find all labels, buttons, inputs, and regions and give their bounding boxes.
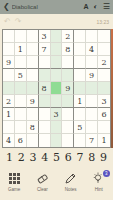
cell-r6c1[interactable]: 2 bbox=[3, 95, 15, 108]
cell-r6c6[interactable] bbox=[62, 95, 74, 108]
back-icon[interactable]: ❮ bbox=[3, 0, 10, 14]
cell-r8c5[interactable] bbox=[51, 121, 63, 134]
cell-r6c8[interactable] bbox=[86, 95, 98, 108]
cell-r6c7[interactable]: 1 bbox=[74, 95, 86, 108]
cell-r2c7[interactable] bbox=[74, 43, 86, 56]
cell-r8c1[interactable] bbox=[3, 121, 15, 134]
cell-r3c3[interactable] bbox=[27, 56, 39, 69]
bottom-toolbar: Game Clear Notes bbox=[0, 168, 113, 200]
cell-r5c6[interactable]: 9 bbox=[62, 82, 74, 95]
cell-r1c9[interactable] bbox=[98, 30, 110, 43]
cell-r2c3[interactable] bbox=[27, 43, 39, 56]
cell-r9c7[interactable] bbox=[74, 134, 86, 147]
number-pad: 123456789 bbox=[0, 148, 113, 168]
cell-r9c3[interactable] bbox=[27, 134, 39, 147]
cell-r5c3[interactable] bbox=[27, 82, 39, 95]
cell-r7c4[interactable] bbox=[39, 108, 51, 121]
cell-r9c8[interactable]: 7 bbox=[86, 134, 98, 147]
cell-r1c5[interactable] bbox=[51, 30, 63, 43]
cell-r5c8[interactable] bbox=[86, 82, 98, 95]
game-label: Game bbox=[8, 187, 20, 192]
cell-r6c4[interactable] bbox=[39, 95, 51, 108]
cell-r7c9[interactable]: 6 bbox=[98, 108, 110, 121]
numpad-9[interactable]: 9 bbox=[100, 148, 107, 168]
cell-r9c2[interactable]: 6 bbox=[15, 134, 27, 147]
cell-r8c4[interactable] bbox=[39, 121, 51, 134]
cell-r3c4[interactable] bbox=[39, 56, 51, 69]
cell-r5c9[interactable] bbox=[98, 82, 110, 95]
cell-r4c1[interactable] bbox=[3, 69, 15, 82]
cell-r5c2[interactable] bbox=[15, 82, 27, 95]
cell-r2c8[interactable]: 4 bbox=[86, 43, 98, 56]
page-title: Diabolical bbox=[12, 4, 84, 10]
status-bar: ↶ ↷ 13:23 bbox=[0, 14, 113, 29]
notes-button[interactable]: Notes bbox=[61, 172, 81, 192]
cell-r4c5[interactable] bbox=[51, 69, 63, 82]
cell-r9c5[interactable] bbox=[51, 134, 63, 147]
cell-r5c4[interactable]: 8 bbox=[39, 82, 51, 95]
timer: 13:23 bbox=[96, 19, 109, 25]
numpad-2[interactable]: 2 bbox=[18, 148, 25, 168]
cell-r1c1[interactable] bbox=[3, 30, 15, 43]
theme-contrast-icon[interactable]: ◐ bbox=[94, 0, 98, 14]
cell-r8c6[interactable] bbox=[62, 121, 74, 134]
numpad-1[interactable]: 1 bbox=[6, 148, 13, 168]
cell-r7c7[interactable] bbox=[74, 108, 86, 121]
sudoku-board: 3217849259892913136854671 bbox=[2, 29, 111, 148]
hint-button[interactable]: 3 Hint bbox=[89, 172, 109, 192]
cell-r8c2[interactable] bbox=[15, 121, 27, 134]
cell-r3c7[interactable] bbox=[74, 56, 86, 69]
cell-r3c1[interactable]: 9 bbox=[3, 56, 15, 69]
grid-icon bbox=[8, 172, 21, 185]
cell-r7c5[interactable]: 3 bbox=[51, 108, 63, 121]
cell-r4c6[interactable] bbox=[62, 69, 74, 82]
cell-r1c8[interactable] bbox=[86, 30, 98, 43]
clear-button[interactable]: Clear bbox=[32, 172, 52, 192]
cell-r9c1[interactable]: 4 bbox=[3, 134, 15, 147]
cell-r8c9[interactable] bbox=[98, 121, 110, 134]
cell-r6c2[interactable] bbox=[15, 95, 27, 108]
cell-r4c8[interactable]: 9 bbox=[86, 69, 98, 82]
cell-r2c5[interactable] bbox=[51, 43, 63, 56]
cell-r4c4[interactable] bbox=[39, 69, 51, 82]
cell-r2c4[interactable]: 7 bbox=[39, 43, 51, 56]
cell-r1c4[interactable]: 3 bbox=[39, 30, 51, 43]
hint-label: Hint bbox=[95, 187, 103, 192]
cell-r6c3[interactable]: 9 bbox=[27, 95, 39, 108]
redo-icon[interactable]: ↷ bbox=[15, 16, 22, 28]
cell-r5c1[interactable] bbox=[3, 82, 15, 95]
cell-r5c5[interactable] bbox=[51, 82, 63, 95]
numpad-3[interactable]: 3 bbox=[30, 148, 37, 168]
cell-r7c3[interactable] bbox=[27, 108, 39, 121]
cell-r6c9[interactable]: 3 bbox=[98, 95, 110, 108]
cell-r2c1[interactable] bbox=[3, 43, 15, 56]
numpad-7[interactable]: 7 bbox=[77, 148, 84, 168]
numpad-5[interactable]: 5 bbox=[53, 148, 60, 168]
cell-r4c9[interactable] bbox=[98, 69, 110, 82]
notes-label: Notes bbox=[65, 187, 77, 192]
cell-r3c9[interactable]: 2 bbox=[98, 56, 110, 69]
cell-r4c7[interactable] bbox=[74, 69, 86, 82]
header-bar: ❮ Diabolical A ◐ ☰ bbox=[0, 0, 113, 14]
cell-r1c3[interactable] bbox=[27, 30, 39, 43]
undo-icon[interactable]: ↶ bbox=[4, 16, 11, 28]
cell-r6c5[interactable] bbox=[51, 95, 63, 108]
cell-r8c8[interactable] bbox=[86, 121, 98, 134]
cell-r1c2[interactable] bbox=[15, 30, 27, 43]
cell-r7c6[interactable] bbox=[62, 108, 74, 121]
font-size-icon[interactable]: A bbox=[84, 0, 89, 14]
cell-r5c7[interactable] bbox=[74, 82, 86, 95]
cell-r4c2[interactable]: 5 bbox=[15, 69, 27, 82]
cell-r2c6[interactable]: 8 bbox=[62, 43, 74, 56]
game-button[interactable]: Game bbox=[4, 172, 24, 192]
cell-r3c8[interactable] bbox=[86, 56, 98, 69]
cell-r9c9[interactable]: 1 bbox=[98, 134, 110, 147]
cell-r2c2[interactable]: 1 bbox=[15, 43, 27, 56]
cell-r1c7[interactable] bbox=[74, 30, 86, 43]
pencil-icon bbox=[64, 172, 77, 185]
cell-r9c6[interactable] bbox=[62, 134, 74, 147]
cell-r7c2[interactable] bbox=[15, 108, 27, 121]
cell-r3c2[interactable] bbox=[15, 56, 27, 69]
cell-r4c3[interactable] bbox=[27, 69, 39, 82]
numpad-4[interactable]: 4 bbox=[41, 148, 48, 168]
cell-r8c3[interactable]: 8 bbox=[27, 121, 39, 134]
cell-r1c6[interactable]: 2 bbox=[62, 30, 74, 43]
cell-r8c7[interactable]: 5 bbox=[74, 121, 86, 134]
cell-r9c4[interactable] bbox=[39, 134, 51, 147]
screen-edge-artifact bbox=[111, 29, 113, 148]
numpad-8[interactable]: 8 bbox=[88, 148, 95, 168]
cell-r7c1[interactable]: 1 bbox=[3, 108, 15, 121]
numpad-6[interactable]: 6 bbox=[65, 148, 72, 168]
hint-count-badge: 3 bbox=[103, 170, 110, 177]
cell-r3c5[interactable] bbox=[51, 56, 63, 69]
eraser-icon bbox=[36, 172, 49, 185]
cell-r7c8[interactable] bbox=[86, 108, 98, 121]
menu-icon[interactable]: ☰ bbox=[103, 0, 110, 14]
cell-r2c9[interactable] bbox=[98, 43, 110, 56]
cell-r3c6[interactable] bbox=[62, 56, 74, 69]
clear-label: Clear bbox=[37, 187, 48, 192]
